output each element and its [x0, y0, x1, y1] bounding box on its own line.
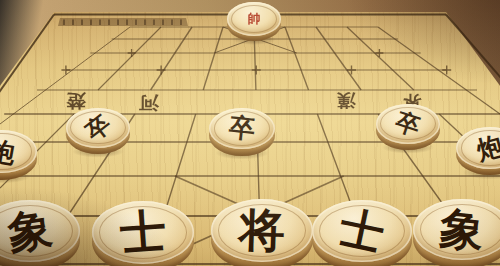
river-char-he: 河	[136, 91, 162, 115]
piece-black-soldier-e[interactable]: 卒	[209, 108, 275, 156]
piece-black-soldier-c[interactable]: 卒	[66, 108, 130, 154]
piece-black-soldier-g[interactable]: 卒	[376, 104, 440, 150]
piece-glyph: 卒	[207, 108, 276, 149]
piece-black-elephant-g[interactable]: 象	[413, 199, 500, 266]
piece-black-advisor-f[interactable]: 士	[312, 200, 412, 266]
piece-black-cannon-b[interactable]: 炮	[0, 130, 37, 180]
piece-glyph: 将	[210, 202, 314, 258]
piece-black-cannon-h[interactable]: 炮	[456, 127, 500, 176]
piece-black-advisor-d[interactable]: 士	[92, 201, 194, 266]
xiangqi-photo: 楚 河 漢 界 帥卒卒卒炮炮象士将士象	[0, 0, 500, 266]
piece-red-general[interactable]: 帥	[227, 2, 281, 41]
piece-glyph: 帥	[227, 5, 281, 33]
far-edge-markings	[58, 18, 188, 26]
piece-glyph: 象	[411, 199, 500, 260]
piece-glyph: 士	[90, 203, 195, 263]
piece-black-general[interactable]: 将	[211, 199, 313, 266]
river-char-han: 漢	[333, 89, 359, 112]
piece-black-elephant-c[interactable]: 象	[0, 200, 80, 266]
